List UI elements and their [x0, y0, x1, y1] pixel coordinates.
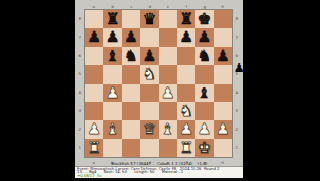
square-h4[interactable] — [214, 84, 232, 102]
square-e5[interactable] — [159, 65, 177, 83]
white-rook-f1[interactable]: ♜ — [179, 139, 193, 157]
square-c3[interactable] — [122, 102, 140, 120]
rank-right-label-4: 4 — [236, 91, 239, 96]
square-b1[interactable] — [103, 139, 121, 157]
square-f8[interactable]: ♜ — [177, 10, 195, 28]
square-a3[interactable] — [85, 102, 103, 120]
rank-left-label-1: 1 — [79, 146, 82, 151]
square-g7[interactable]: ♟ — [195, 28, 213, 46]
square-d6[interactable]: ♟ — [140, 47, 158, 65]
rank-right-8: 8 — [233, 10, 242, 28]
rank-left-label-8: 8 — [79, 17, 82, 22]
square-g2[interactable]: ♟ — [195, 120, 213, 138]
square-d3[interactable] — [140, 102, 158, 120]
rank-left-label-5: 5 — [79, 72, 82, 77]
black-pawn-b7[interactable]: ♟ — [106, 28, 120, 46]
black-pawn-c7[interactable]: ♟ — [124, 28, 138, 46]
rank-right-4: 4 — [233, 84, 242, 102]
black-pawn-d6[interactable]: ♟ — [142, 47, 156, 65]
black-pawn-g7[interactable]: ♟ — [198, 28, 212, 46]
rank-left-5: 5 — [76, 65, 85, 83]
square-d8[interactable]: ♛ — [140, 10, 158, 28]
rank-left-7: 7 — [76, 28, 85, 46]
square-g6[interactable]: ♞ — [195, 47, 213, 65]
black-bishop-g4[interactable]: ♝ — [198, 84, 212, 102]
rank-right-label-1: 1 — [236, 146, 239, 151]
square-g5[interactable] — [195, 65, 213, 83]
chess-gui-panel: abcdefgh 87654321 ♜♛♜♚♟♟♟♟♟♝♞♟♞♟♞♟♟♝♞♟♝♛… — [75, 0, 243, 180]
square-c4[interactable] — [122, 84, 140, 102]
square-g3[interactable] — [195, 102, 213, 120]
square-a7[interactable]: ♟ — [85, 28, 103, 46]
square-g8[interactable]: ♚ — [195, 10, 213, 28]
square-b7[interactable]: ♟ — [103, 28, 121, 46]
black-rook-b8[interactable]: ♜ — [106, 10, 120, 28]
black-bishop-b6[interactable]: ♝ — [106, 47, 120, 65]
square-e7[interactable] — [159, 28, 177, 46]
file-top-label-h: h — [222, 4, 225, 9]
file-top-label-b: b — [111, 4, 114, 9]
square-a1[interactable]: ♜ — [85, 139, 103, 157]
square-c2[interactable] — [122, 120, 140, 138]
black-queen-d8[interactable]: ♛ — [142, 10, 156, 28]
rank-left-label-4: 4 — [79, 91, 82, 96]
square-e4[interactable]: ♟ — [159, 84, 177, 102]
square-c6[interactable]: ♞ — [122, 47, 140, 65]
square-e2[interactable]: ♝ — [159, 120, 177, 138]
rank-right-7: 7 — [233, 28, 242, 46]
file-top-label-a: a — [93, 4, 95, 9]
square-d7[interactable] — [140, 28, 158, 46]
rank-labels-right: 87654321 — [233, 10, 242, 157]
square-d4[interactable] — [140, 84, 158, 102]
rank-left-label-7: 7 — [79, 35, 82, 40]
rank-left-3: 3 — [76, 102, 85, 120]
square-c8[interactable] — [122, 10, 140, 28]
letterbox-left — [0, 0, 75, 180]
white-queen-d2[interactable]: ♛ — [142, 120, 156, 138]
black-knight-g6[interactable]: ♞ — [198, 47, 212, 65]
square-a6[interactable] — [85, 47, 103, 65]
rank-right-label-6: 6 — [236, 54, 239, 59]
white-pawn-b4[interactable]: ♟ — [106, 84, 120, 102]
file-top-label-e: e — [167, 4, 169, 9]
rank-right-label-2: 2 — [236, 127, 239, 132]
square-e6[interactable] — [159, 47, 177, 65]
black-pawn-a7[interactable]: ♟ — [87, 28, 101, 46]
square-a8[interactable] — [85, 10, 103, 28]
square-f1[interactable]: ♜ — [177, 139, 195, 157]
rank-left-4: 4 — [76, 84, 85, 102]
square-h8[interactable] — [214, 10, 232, 28]
rank-right-2: 2 — [233, 120, 242, 138]
white-king-g1[interactable]: ♚ — [198, 139, 212, 157]
square-f3[interactable]: ♞ — [177, 102, 195, 120]
black-pawn-h6[interactable]: ♟ — [216, 47, 230, 65]
square-f6[interactable] — [177, 47, 195, 65]
square-d2[interactable]: ♛ — [140, 120, 158, 138]
white-bishop-b2[interactable]: ♝ — [106, 120, 120, 138]
rank-labels-left: 87654321 — [76, 10, 85, 157]
square-e1[interactable] — [159, 139, 177, 157]
square-h2[interactable]: ♟ — [214, 120, 232, 138]
square-c5[interactable] — [122, 65, 140, 83]
square-f7[interactable]: ♟ — [177, 28, 195, 46]
square-f2[interactable]: ♟ — [177, 120, 195, 138]
square-b5[interactable] — [103, 65, 121, 83]
square-d5[interactable]: ♞ — [140, 65, 158, 83]
square-b8[interactable]: ♜ — [103, 10, 121, 28]
rank-right-3: 3 — [233, 102, 242, 120]
white-pawn-e4[interactable]: ♟ — [161, 84, 175, 102]
white-pawn-h2[interactable]: ♟ — [216, 120, 230, 138]
rank-left-2: 2 — [76, 120, 85, 138]
chess-board[interactable]: ♜♛♜♚♟♟♟♟♟♝♞♟♞♟♞♟♟♝♞♟♝♛♝♟♟♟♜♜♚ — [85, 10, 232, 157]
square-h7[interactable] — [214, 28, 232, 46]
file-top-label-c: c — [130, 4, 132, 9]
white-knight-d5[interactable]: ♞ — [142, 65, 156, 83]
file-top-label-g: g — [203, 4, 206, 9]
square-g1[interactable]: ♚ — [195, 139, 213, 157]
square-h6[interactable]: ♟ — [214, 47, 232, 65]
rank-left-6: 6 — [76, 47, 85, 65]
players-line: Stockfish 17 (3644) - Cobalt 1.1 (3274) … — [83, 161, 236, 166]
white-pawn-a2[interactable]: ♟ — [87, 120, 101, 138]
black-pawn-f7[interactable]: ♟ — [179, 28, 193, 46]
file-labels-top: abcdefgh — [85, 2, 232, 8]
bottom-edge — [75, 178, 243, 181]
black-king-g8[interactable]: ♚ — [198, 10, 212, 28]
video-frame: abcdefgh 87654321 ♜♛♜♚♟♟♟♟♟♝♞♟♞♟♞♟♟♝♞♟♝♛… — [0, 0, 320, 180]
rank-left-label-2: 2 — [79, 127, 82, 132]
rank-left-8: 8 — [76, 10, 85, 28]
white-knight-f3[interactable]: ♞ — [179, 102, 193, 120]
square-c7[interactable]: ♟ — [122, 28, 140, 46]
black-knight-c6[interactable]: ♞ — [124, 47, 138, 65]
square-f4[interactable] — [177, 84, 195, 102]
white-pawn-f2[interactable]: ♟ — [179, 120, 193, 138]
rank-right-1: 1 — [233, 139, 242, 157]
square-a2[interactable]: ♟ — [85, 120, 103, 138]
square-e3[interactable] — [159, 102, 177, 120]
file-top-label-f: f — [185, 4, 186, 9]
white-bishop-e2[interactable]: ♝ — [161, 120, 175, 138]
rank-right-label-8: 8 — [236, 17, 239, 22]
square-c1[interactable] — [122, 139, 140, 157]
square-e8[interactable] — [159, 10, 177, 28]
square-a4[interactable] — [85, 84, 103, 102]
square-b6[interactable]: ♝ — [103, 47, 121, 65]
square-g4[interactable]: ♝ — [195, 84, 213, 102]
square-h5[interactable] — [214, 65, 232, 83]
square-h3[interactable] — [214, 102, 232, 120]
square-h1[interactable] — [214, 139, 232, 157]
black-rook-f8[interactable]: ♜ — [179, 10, 193, 28]
white-pawn-g2[interactable]: ♟ — [198, 120, 212, 138]
square-a5[interactable] — [85, 65, 103, 83]
rank-left-label-6: 6 — [79, 54, 82, 59]
rank-left-1: 1 — [76, 139, 85, 157]
file-top-label-d: d — [148, 4, 151, 9]
square-b3[interactable] — [103, 102, 121, 120]
rank-right-label-3: 3 — [236, 109, 239, 114]
square-d1[interactable] — [140, 139, 158, 157]
letterbox-right — [243, 0, 320, 180]
white-rook-a1[interactable]: ♜ — [87, 139, 101, 157]
square-b2[interactable]: ♝ — [103, 120, 121, 138]
rank-right-label-7: 7 — [236, 35, 239, 40]
square-f5[interactable] — [177, 65, 195, 83]
rank-left-label-3: 3 — [79, 109, 82, 114]
square-b4[interactable]: ♟ — [103, 84, 121, 102]
